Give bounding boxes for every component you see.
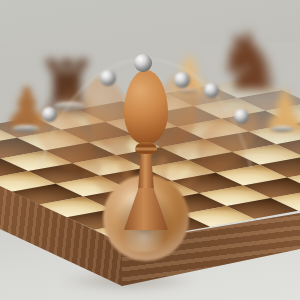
chrome-ball-trail <box>234 109 249 124</box>
king-stem <box>138 154 154 190</box>
chrome-ball-trail <box>42 107 57 122</box>
chrome-ball-trail <box>174 72 190 88</box>
chrome-ball-top <box>134 54 152 72</box>
photo-scene: ♟♜♟♞♟ <box>0 0 300 300</box>
king-head <box>124 70 168 144</box>
king-flare <box>124 188 168 230</box>
king-collar <box>135 142 157 156</box>
chrome-ball-trail <box>204 83 219 98</box>
chrome-ball-trail <box>100 70 116 86</box>
white-king-piece <box>118 54 174 230</box>
